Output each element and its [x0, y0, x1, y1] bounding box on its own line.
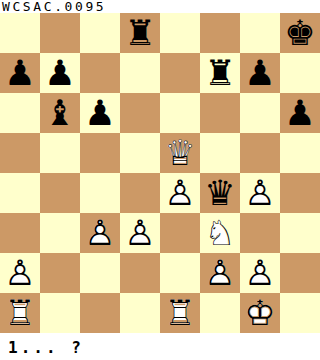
square-h4[interactable]	[280, 173, 320, 213]
square-d6[interactable]	[120, 93, 160, 133]
piece-black-pawn: ♟	[40, 53, 80, 93]
square-d2[interactable]	[120, 253, 160, 293]
white-pawn-outline-icon: ♙	[160, 173, 200, 213]
square-d8[interactable]: ♜	[120, 13, 160, 53]
square-f6[interactable]	[200, 93, 240, 133]
square-a3[interactable]	[0, 213, 40, 253]
piece-white-pawn: ♟♙	[120, 213, 160, 253]
white-rook-outline-icon: ♖	[0, 293, 40, 333]
square-f7[interactable]: ♜	[200, 53, 240, 93]
square-e2[interactable]	[160, 253, 200, 293]
square-d1[interactable]	[120, 293, 160, 333]
square-h2[interactable]	[280, 253, 320, 293]
piece-white-pawn: ♟♙	[80, 213, 120, 253]
square-f2[interactable]: ♟♙	[200, 253, 240, 293]
square-h8[interactable]: ♚	[280, 13, 320, 53]
square-c6[interactable]: ♟	[80, 93, 120, 133]
white-pawn-outline-icon: ♙	[240, 253, 280, 293]
move-prompt: 1... ?	[8, 338, 84, 358]
square-b8[interactable]	[40, 13, 80, 53]
black-queen-icon: ♛	[200, 173, 240, 213]
piece-black-pawn: ♟	[0, 53, 40, 93]
white-pawn-outline-icon: ♙	[200, 253, 240, 293]
piece-black-pawn: ♟	[280, 93, 320, 133]
white-king-outline-icon: ♔	[240, 293, 280, 333]
piece-white-knight: ♞♘	[200, 213, 240, 253]
square-c8[interactable]	[80, 13, 120, 53]
piece-black-pawn: ♟	[80, 93, 120, 133]
white-knight-outline-icon: ♘	[200, 213, 240, 253]
puzzle-title: WCSAC.0095	[2, 0, 106, 13]
piece-white-pawn: ♟♙	[0, 253, 40, 293]
square-g6[interactable]	[240, 93, 280, 133]
square-g2[interactable]: ♟♙	[240, 253, 280, 293]
chess-puzzle-window: WCSAC.0095 ♜♚♟♟♜♟♝♟♟♛♕♟♙♛♟♙♟♙♟♙♞♘♟♙♟♙♟♙♜…	[0, 0, 320, 360]
white-rook-outline-icon: ♖	[160, 293, 200, 333]
square-g3[interactable]	[240, 213, 280, 253]
square-c1[interactable]	[80, 293, 120, 333]
square-f8[interactable]	[200, 13, 240, 53]
piece-white-rook: ♜♖	[160, 293, 200, 333]
piece-black-rook: ♜	[200, 53, 240, 93]
square-b5[interactable]	[40, 133, 80, 173]
square-b3[interactable]	[40, 213, 80, 253]
square-g5[interactable]	[240, 133, 280, 173]
white-queen-outline-icon: ♕	[160, 133, 200, 173]
square-a1[interactable]: ♜♖	[0, 293, 40, 333]
white-pawn-outline-icon: ♙	[0, 253, 40, 293]
square-f5[interactable]	[200, 133, 240, 173]
square-h5[interactable]	[280, 133, 320, 173]
square-g4[interactable]: ♟♙	[240, 173, 280, 213]
square-f3[interactable]: ♞♘	[200, 213, 240, 253]
piece-black-king: ♚	[280, 13, 320, 53]
black-king-icon: ♚	[280, 13, 320, 53]
square-h1[interactable]	[280, 293, 320, 333]
square-h7[interactable]	[280, 53, 320, 93]
piece-white-pawn: ♟♙	[200, 253, 240, 293]
square-e8[interactable]	[160, 13, 200, 53]
square-a6[interactable]	[0, 93, 40, 133]
square-a2[interactable]: ♟♙	[0, 253, 40, 293]
piece-white-pawn: ♟♙	[240, 253, 280, 293]
black-pawn-icon: ♟	[240, 53, 280, 93]
piece-white-king: ♚♔	[240, 293, 280, 333]
piece-white-queen: ♛♕	[160, 133, 200, 173]
square-e7[interactable]	[160, 53, 200, 93]
square-b2[interactable]	[40, 253, 80, 293]
piece-white-pawn: ♟♙	[240, 173, 280, 213]
square-d7[interactable]	[120, 53, 160, 93]
black-rook-icon: ♜	[120, 13, 160, 53]
piece-black-rook: ♜	[120, 13, 160, 53]
square-g8[interactable]	[240, 13, 280, 53]
black-rook-icon: ♜	[200, 53, 240, 93]
square-e1[interactable]: ♜♖	[160, 293, 200, 333]
square-e4[interactable]: ♟♙	[160, 173, 200, 213]
square-b7[interactable]: ♟	[40, 53, 80, 93]
square-d4[interactable]	[120, 173, 160, 213]
white-pawn-outline-icon: ♙	[120, 213, 160, 253]
black-pawn-icon: ♟	[80, 93, 120, 133]
square-g1[interactable]: ♚♔	[240, 293, 280, 333]
piece-white-pawn: ♟♙	[160, 173, 200, 213]
black-pawn-icon: ♟	[40, 53, 80, 93]
square-f1[interactable]	[200, 293, 240, 333]
white-pawn-outline-icon: ♙	[240, 173, 280, 213]
piece-black-pawn: ♟	[240, 53, 280, 93]
square-a8[interactable]	[0, 13, 40, 53]
square-c3[interactable]: ♟♙	[80, 213, 120, 253]
square-e3[interactable]	[160, 213, 200, 253]
chess-board: ♜♚♟♟♜♟♝♟♟♛♕♟♙♛♟♙♟♙♟♙♞♘♟♙♟♙♟♙♜♖♜♖♚♔	[0, 13, 320, 333]
square-c2[interactable]	[80, 253, 120, 293]
square-d3[interactable]: ♟♙	[120, 213, 160, 253]
black-pawn-icon: ♟	[0, 53, 40, 93]
square-f4[interactable]: ♛	[200, 173, 240, 213]
square-c4[interactable]	[80, 173, 120, 213]
square-a7[interactable]: ♟	[0, 53, 40, 93]
black-bishop-icon: ♝	[40, 93, 80, 133]
square-a5[interactable]	[0, 133, 40, 173]
square-c5[interactable]	[80, 133, 120, 173]
white-pawn-outline-icon: ♙	[80, 213, 120, 253]
square-e6[interactable]	[160, 93, 200, 133]
square-b6[interactable]: ♝	[40, 93, 80, 133]
square-b4[interactable]	[40, 173, 80, 213]
square-h6[interactable]: ♟	[280, 93, 320, 133]
piece-white-rook: ♜♖	[0, 293, 40, 333]
square-c7[interactable]	[80, 53, 120, 93]
piece-black-queen: ♛	[200, 173, 240, 213]
square-d5[interactable]	[120, 133, 160, 173]
square-e5[interactable]: ♛♕	[160, 133, 200, 173]
square-b1[interactable]	[40, 293, 80, 333]
square-g7[interactable]: ♟	[240, 53, 280, 93]
square-h3[interactable]	[280, 213, 320, 253]
piece-black-bishop: ♝	[40, 93, 80, 133]
square-a4[interactable]	[0, 173, 40, 213]
black-pawn-icon: ♟	[280, 93, 320, 133]
